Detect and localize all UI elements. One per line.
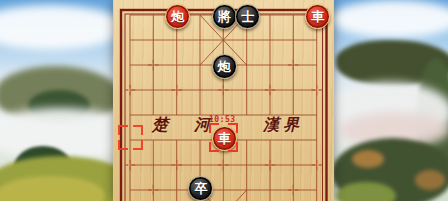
piece-glyph: 車	[218, 132, 231, 145]
autumn-patch-right-1	[352, 150, 384, 168]
piece-glyph: 卒	[194, 182, 207, 195]
board-grid	[113, 0, 334, 201]
piece-glyph: 炮	[218, 60, 231, 73]
piece-glyph: 士	[241, 10, 254, 23]
cloud-left	[0, 5, 125, 50]
piece-glyph: 炮	[171, 10, 184, 23]
app-window: 楚 河 漢 界 10:53 炮將士車炮車卒	[0, 0, 448, 201]
cloud-right	[330, 0, 448, 38]
piece-black-advisor[interactable]: 士	[235, 4, 260, 29]
river-text-chu: 楚	[150, 115, 170, 135]
piece-red-chariot-corner[interactable]: 車	[305, 4, 330, 29]
piece-black-cannon[interactable]: 炮	[212, 54, 237, 79]
piece-black-general[interactable]: 將	[212, 4, 237, 29]
river-text-jie: 界	[281, 115, 301, 135]
autumn-patch-right-2	[415, 170, 445, 190]
piece-glyph: 車	[311, 10, 324, 23]
xiangqi-board[interactable]: 楚 河 漢 界 10:53 炮將士車炮車卒	[113, 0, 334, 201]
timer-overlay: 10:53	[209, 115, 236, 124]
piece-red-cannon[interactable]: 炮	[165, 4, 190, 29]
river-text-han: 漢	[261, 115, 281, 135]
piece-red-chariot-selected[interactable]: 車	[212, 126, 237, 151]
piece-glyph: 將	[218, 10, 231, 23]
